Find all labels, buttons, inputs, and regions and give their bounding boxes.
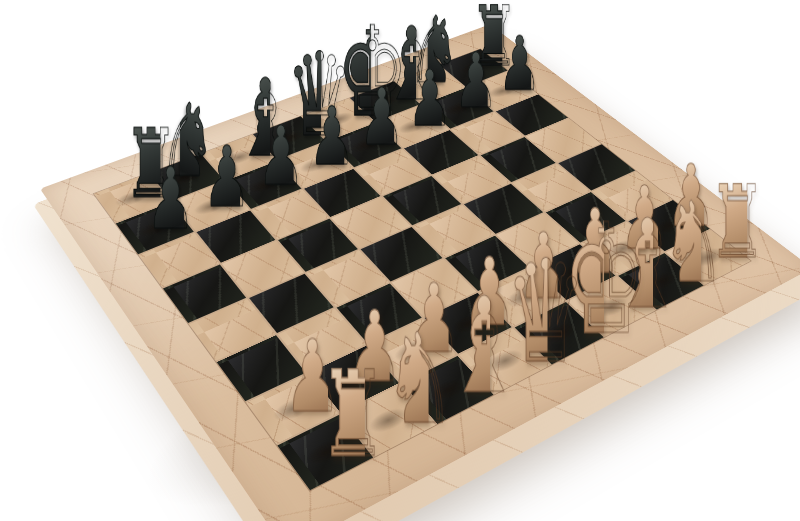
product-photo: ♜♞♝♛♚♝♞♜♟♟♟♟♟♟♟♟♟♟♟♟♟♟♟♟♜♞♝♛♚♝♞♜ xyxy=(0,0,800,521)
black-pawn-icon: ♟ xyxy=(454,42,487,118)
black-pawn-icon: ♟ xyxy=(203,135,240,218)
white-rook-icon: ♜ xyxy=(319,355,364,473)
black-pawn-icon: ♟ xyxy=(309,96,344,176)
white-knight-icon: ♞ xyxy=(384,316,428,441)
scene: ♜♞♝♛♚♝♞♜♟♟♟♟♟♟♟♟♟♟♟♟♟♟♟♟♜♞♝♛♚♝♞♜ xyxy=(0,0,800,521)
black-pawn-icon: ♟ xyxy=(257,115,293,197)
black-pawn-icon: ♟ xyxy=(407,60,441,137)
black-pawn-icon: ♟ xyxy=(498,26,531,100)
chess-board: ♜♞♝♛♚♝♞♜♟♟♟♟♟♟♟♟♟♟♟♟♟♟♟♟♜♞♝♛♚♝♞♜ xyxy=(40,24,800,521)
black-pawn-icon: ♟ xyxy=(146,155,183,240)
black-pawn-icon: ♟ xyxy=(359,77,394,156)
